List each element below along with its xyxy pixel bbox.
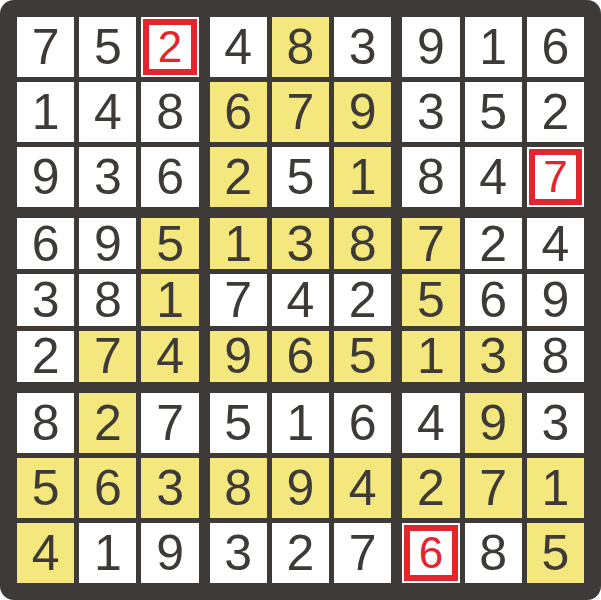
cell-r9c7[interactable]: 6: [402, 523, 459, 583]
digit: 9: [287, 463, 315, 513]
digit: 5: [32, 463, 60, 513]
cell-r6c5[interactable]: 6: [272, 331, 329, 382]
cell-r8c2[interactable]: 6: [79, 458, 136, 518]
cell-r9c2[interactable]: 1: [79, 523, 136, 583]
digit: 9: [417, 22, 445, 72]
digit: 8: [32, 398, 60, 448]
cell-r6c1[interactable]: 2: [17, 331, 74, 382]
cell-r2c5[interactable]: 7: [272, 82, 329, 142]
digit: 5: [541, 528, 569, 578]
digit: 8: [156, 87, 184, 137]
digit: 1: [287, 398, 315, 448]
cell-r2c1[interactable]: 1: [17, 82, 74, 142]
cell-r1c2[interactable]: 5: [79, 17, 136, 77]
digit: 4: [224, 22, 252, 72]
cell-r7c3[interactable]: 7: [141, 393, 198, 453]
cell-r6c4[interactable]: 9: [210, 331, 267, 382]
digit: 2: [158, 25, 182, 69]
digit: 6: [479, 275, 507, 325]
digit: 7: [156, 398, 184, 448]
cell-r6c9[interactable]: 8: [527, 331, 584, 382]
cell-r9c9[interactable]: 5: [527, 523, 584, 583]
digit: 1: [479, 22, 507, 72]
digit: 9: [349, 87, 377, 137]
digit: 6: [349, 398, 377, 448]
cell-r4c3[interactable]: 5: [141, 218, 198, 269]
cell-r7c6[interactable]: 6: [334, 393, 391, 453]
digit: 1: [417, 331, 445, 381]
cell-r7c2[interactable]: 2: [79, 393, 136, 453]
digit: 9: [224, 331, 252, 381]
digit: 4: [287, 275, 315, 325]
digit: 1: [156, 275, 184, 325]
digit: 3: [287, 219, 315, 269]
cell-r6c6[interactable]: 5: [334, 331, 391, 382]
digit: 4: [32, 528, 60, 578]
digit: 2: [287, 528, 315, 578]
digit: 3: [479, 331, 507, 381]
cell-r9c5[interactable]: 2: [272, 523, 329, 583]
digit: 4: [349, 463, 377, 513]
digit: 4: [417, 398, 445, 448]
digit: 8: [224, 463, 252, 513]
digit: 7: [543, 155, 567, 199]
sudoku-board: 7521489364836792519163528476953812741387…: [0, 0, 601, 600]
cell-r8c8[interactable]: 7: [465, 458, 522, 518]
cell-r1c4[interactable]: 4: [210, 17, 267, 77]
digit: 5: [156, 219, 184, 269]
cell-r8c3[interactable]: 3: [141, 458, 198, 518]
digit: 3: [94, 152, 122, 202]
cell-r4c9[interactable]: 4: [527, 218, 584, 269]
digit: 4: [156, 331, 184, 381]
cell-r1c3[interactable]: 2: [141, 17, 198, 77]
cell-r5c9[interactable]: 9: [527, 274, 584, 325]
digit: 5: [224, 398, 252, 448]
cell-r9c6[interactable]: 7: [334, 523, 391, 583]
cell-r2c4[interactable]: 6: [210, 82, 267, 142]
digit: 6: [224, 87, 252, 137]
cell-r1c6[interactable]: 3: [334, 17, 391, 77]
digit: 8: [349, 219, 377, 269]
digit: 3: [541, 398, 569, 448]
digit: 8: [541, 331, 569, 381]
cell-r6c8[interactable]: 3: [465, 331, 522, 382]
digit: 7: [479, 463, 507, 513]
digit: 4: [94, 87, 122, 137]
digit: 6: [94, 463, 122, 513]
cell-r6c2[interactable]: 7: [79, 331, 136, 382]
digit: 5: [94, 22, 122, 72]
digit: 5: [349, 331, 377, 381]
cell-r4c1[interactable]: 6: [17, 218, 74, 269]
cell-r5c7[interactable]: 5: [402, 274, 459, 325]
cell-r5c3[interactable]: 1: [141, 274, 198, 325]
digit: 1: [224, 219, 252, 269]
box-6: 724569138: [402, 218, 584, 382]
cell-r3c2[interactable]: 3: [79, 147, 136, 207]
box-5: 138742965: [210, 218, 392, 382]
digit: 3: [349, 22, 377, 72]
cell-r2c9[interactable]: 2: [527, 82, 584, 142]
digit: 2: [224, 152, 252, 202]
digit: 6: [287, 331, 315, 381]
cell-r5c6[interactable]: 2: [334, 274, 391, 325]
digit: 7: [349, 528, 377, 578]
digit: 1: [32, 87, 60, 137]
digit: 8: [417, 152, 445, 202]
cell-r5c1[interactable]: 3: [17, 274, 74, 325]
digit: 6: [156, 152, 184, 202]
digit: 7: [287, 87, 315, 137]
cell-r8c7[interactable]: 2: [402, 458, 459, 518]
cell-r7c1[interactable]: 8: [17, 393, 74, 453]
digit: 5: [479, 87, 507, 137]
digit: 2: [349, 275, 377, 325]
digit: 8: [287, 22, 315, 72]
digit: 8: [94, 275, 122, 325]
digit: 7: [224, 275, 252, 325]
box-1: 752148936: [17, 17, 199, 207]
cell-r4c2[interactable]: 9: [79, 218, 136, 269]
cell-r3c5[interactable]: 5: [272, 147, 329, 207]
digit: 5: [287, 152, 315, 202]
cell-r9c8[interactable]: 8: [465, 523, 522, 583]
cell-r1c1[interactable]: 7: [17, 17, 74, 77]
digit: 2: [541, 87, 569, 137]
digit: 6: [32, 219, 60, 269]
cell-r5c4[interactable]: 7: [210, 274, 267, 325]
cell-r3c4[interactable]: 2: [210, 147, 267, 207]
digit: 1: [541, 463, 569, 513]
red-box: 7: [529, 149, 582, 205]
cell-r9c4[interactable]: 3: [210, 523, 267, 583]
cell-r4c6[interactable]: 8: [334, 218, 391, 269]
digit: 7: [417, 219, 445, 269]
box-3: 916352847: [402, 17, 584, 207]
cell-r2c8[interactable]: 5: [465, 82, 522, 142]
cell-r7c8[interactable]: 9: [465, 393, 522, 453]
cell-r4c7[interactable]: 7: [402, 218, 459, 269]
cell-r1c8[interactable]: 1: [465, 17, 522, 77]
cell-r5c8[interactable]: 6: [465, 274, 522, 325]
digit: 2: [417, 463, 445, 513]
box-9: 493271685: [402, 393, 584, 583]
cell-r2c3[interactable]: 8: [141, 82, 198, 142]
cell-r5c2[interactable]: 8: [79, 274, 136, 325]
digit: 1: [94, 528, 122, 578]
digit: 9: [541, 275, 569, 325]
red-box: 6: [404, 525, 457, 581]
red-box: 2: [143, 19, 196, 75]
cell-r8c1[interactable]: 5: [17, 458, 74, 518]
digit: 4: [541, 219, 569, 269]
box-7: 827563419: [17, 393, 199, 583]
cell-r1c5[interactable]: 8: [272, 17, 329, 77]
cell-r1c7[interactable]: 9: [402, 17, 459, 77]
cell-r6c3[interactable]: 4: [141, 331, 198, 382]
cell-r1c9[interactable]: 6: [527, 17, 584, 77]
digit: 3: [156, 463, 184, 513]
digit: 9: [156, 528, 184, 578]
cell-r3c1[interactable]: 9: [17, 147, 74, 207]
digit: 4: [479, 152, 507, 202]
cell-r3c3[interactable]: 6: [141, 147, 198, 207]
cell-r8c5[interactable]: 9: [272, 458, 329, 518]
cell-r2c6[interactable]: 9: [334, 82, 391, 142]
digit: 9: [94, 219, 122, 269]
digit: 2: [479, 219, 507, 269]
cell-r9c1[interactable]: 4: [17, 523, 74, 583]
digit: 3: [417, 87, 445, 137]
cell-r7c9[interactable]: 3: [527, 393, 584, 453]
cell-r7c5[interactable]: 1: [272, 393, 329, 453]
cell-r8c4[interactable]: 8: [210, 458, 267, 518]
cell-r4c4[interactable]: 1: [210, 218, 267, 269]
box-2: 483679251: [210, 17, 392, 207]
digit: 6: [541, 22, 569, 72]
digit: 7: [32, 22, 60, 72]
cell-r2c7[interactable]: 3: [402, 82, 459, 142]
cell-r8c6[interactable]: 4: [334, 458, 391, 518]
digit: 8: [479, 528, 507, 578]
digit: 3: [32, 275, 60, 325]
digit: 5: [417, 275, 445, 325]
box-8: 516894327: [210, 393, 392, 583]
cell-r5c5[interactable]: 4: [272, 274, 329, 325]
digit: 3: [224, 528, 252, 578]
box-4: 695381274: [17, 218, 199, 382]
cell-r3c8[interactable]: 4: [465, 147, 522, 207]
cell-r7c4[interactable]: 5: [210, 393, 267, 453]
cell-r9c3[interactable]: 9: [141, 523, 198, 583]
digit: 7: [94, 331, 122, 381]
digit: 2: [32, 331, 60, 381]
digit: 9: [479, 398, 507, 448]
cell-r3c9[interactable]: 7: [527, 147, 584, 207]
cell-r4c5[interactable]: 3: [272, 218, 329, 269]
cell-r7c7[interactable]: 4: [402, 393, 459, 453]
digit: 6: [419, 531, 443, 575]
cell-r6c7[interactable]: 1: [402, 331, 459, 382]
digit: 2: [94, 398, 122, 448]
cell-r4c8[interactable]: 2: [465, 218, 522, 269]
cell-r8c9[interactable]: 1: [527, 458, 584, 518]
cell-r3c6[interactable]: 1: [334, 147, 391, 207]
cell-r2c2[interactable]: 4: [79, 82, 136, 142]
cell-r3c7[interactable]: 8: [402, 147, 459, 207]
digit: 1: [349, 152, 377, 202]
digit: 9: [32, 152, 60, 202]
